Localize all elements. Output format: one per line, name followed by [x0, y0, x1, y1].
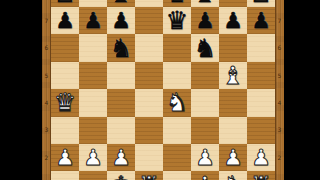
- square-e1[interactable]: [163, 171, 191, 180]
- square-f4[interactable]: [191, 89, 219, 116]
- black-pawn: ♟: [251, 10, 271, 32]
- square-h6[interactable]: [247, 34, 275, 61]
- white-pawn: ♟: [251, 147, 271, 169]
- square-g8[interactable]: [219, 0, 247, 7]
- square-a4[interactable]: ♛: [51, 89, 79, 116]
- square-b2[interactable]: ♟: [79, 144, 107, 171]
- chess-board: ♜♝♚♝♜♟♟♟♛♟♟♟♞♞♝♛♞♟♟♟♟♟♟♚♜♝♞♜: [51, 0, 275, 180]
- frame-right-coord-3: 3: [275, 127, 284, 133]
- white-bishop: ♝: [222, 63, 244, 88]
- frame-right-coord-4: 4: [275, 100, 284, 106]
- square-d7[interactable]: [135, 7, 163, 34]
- square-c7[interactable]: ♟: [107, 7, 135, 34]
- square-h1[interactable]: ♜: [247, 171, 275, 180]
- frame-right-coord-6: 6: [275, 45, 284, 51]
- square-d8[interactable]: [135, 0, 163, 7]
- square-a8[interactable]: ♜: [51, 0, 79, 7]
- black-rook: ♜: [250, 0, 272, 6]
- square-d1[interactable]: ♜: [135, 171, 163, 180]
- square-b5[interactable]: [79, 62, 107, 89]
- square-g6[interactable]: [219, 34, 247, 61]
- square-f2[interactable]: ♟: [191, 144, 219, 171]
- square-c1[interactable]: ♚: [107, 171, 135, 180]
- square-b8[interactable]: [79, 0, 107, 7]
- square-d6[interactable]: [135, 34, 163, 61]
- square-g2[interactable]: ♟: [219, 144, 247, 171]
- square-h3[interactable]: [247, 117, 275, 144]
- white-pawn: ♟: [195, 147, 215, 169]
- frame-left-coord-2: 2: [42, 155, 51, 161]
- square-e7[interactable]: ♛: [163, 7, 191, 34]
- square-f8[interactable]: ♝: [191, 0, 219, 7]
- square-b4[interactable]: [79, 89, 107, 116]
- frame-right-coord-7: 7: [275, 18, 284, 24]
- square-g7[interactable]: ♟: [219, 7, 247, 34]
- square-a1[interactable]: [51, 171, 79, 180]
- square-d4[interactable]: [135, 89, 163, 116]
- board-frame-right: [275, 0, 284, 180]
- video-frame: ♜♝♚♝♜♟♟♟♛♟♟♟♞♞♝♛♞♟♟♟♟♟♟♚♜♝♞♜ 76543276543…: [0, 0, 320, 180]
- black-knight: ♞: [194, 36, 216, 61]
- square-a3[interactable]: [51, 117, 79, 144]
- square-h2[interactable]: ♟: [247, 144, 275, 171]
- white-queen: ♛: [54, 90, 76, 115]
- square-c5[interactable]: [107, 62, 135, 89]
- black-pawn: ♟: [55, 10, 75, 32]
- square-e6[interactable]: [163, 34, 191, 61]
- black-bishop: ♝: [110, 0, 132, 6]
- black-pawn: ♟: [83, 10, 103, 32]
- square-c4[interactable]: [107, 89, 135, 116]
- square-f7[interactable]: ♟: [191, 7, 219, 34]
- square-c6[interactable]: ♞: [107, 34, 135, 61]
- white-rook: ♜: [250, 173, 272, 180]
- square-g1[interactable]: ♞: [219, 171, 247, 180]
- square-e5[interactable]: [163, 62, 191, 89]
- square-b3[interactable]: [79, 117, 107, 144]
- square-b1[interactable]: [79, 171, 107, 180]
- square-c2[interactable]: ♟: [107, 144, 135, 171]
- square-d5[interactable]: [135, 62, 163, 89]
- white-rook: ♜: [138, 173, 160, 180]
- black-bishop: ♝: [194, 0, 216, 6]
- black-rook: ♜: [54, 0, 76, 6]
- black-pawn: ♟: [111, 10, 131, 32]
- square-h8[interactable]: ♜: [247, 0, 275, 7]
- white-pawn: ♟: [83, 147, 103, 169]
- square-e3[interactable]: [163, 117, 191, 144]
- white-king: ♚: [110, 173, 132, 180]
- square-h5[interactable]: [247, 62, 275, 89]
- square-f1[interactable]: ♝: [191, 171, 219, 180]
- square-h7[interactable]: ♟: [247, 7, 275, 34]
- black-queen: ♛: [166, 8, 188, 33]
- black-pawn: ♟: [223, 10, 243, 32]
- square-g3[interactable]: [219, 117, 247, 144]
- square-c3[interactable]: [107, 117, 135, 144]
- square-f5[interactable]: [191, 62, 219, 89]
- black-king: ♚: [166, 0, 188, 6]
- square-d3[interactable]: [135, 117, 163, 144]
- frame-left-coord-6: 6: [42, 45, 51, 51]
- square-g5[interactable]: ♝: [219, 62, 247, 89]
- frame-right-coord-5: 5: [275, 73, 284, 79]
- white-bishop: ♝: [194, 173, 216, 180]
- square-e2[interactable]: [163, 144, 191, 171]
- square-f3[interactable]: [191, 117, 219, 144]
- frame-left-coord-4: 4: [42, 100, 51, 106]
- square-b7[interactable]: ♟: [79, 7, 107, 34]
- square-a7[interactable]: ♟: [51, 7, 79, 34]
- square-b6[interactable]: [79, 34, 107, 61]
- white-pawn: ♟: [223, 147, 243, 169]
- square-a5[interactable]: [51, 62, 79, 89]
- white-pawn: ♟: [55, 147, 75, 169]
- square-a2[interactable]: ♟: [51, 144, 79, 171]
- frame-right-coord-2: 2: [275, 155, 284, 161]
- square-h4[interactable]: [247, 89, 275, 116]
- square-a6[interactable]: [51, 34, 79, 61]
- letterbox-right: [284, 0, 320, 180]
- square-e4[interactable]: ♞: [163, 89, 191, 116]
- frame-left-coord-7: 7: [42, 18, 51, 24]
- black-knight: ♞: [110, 36, 132, 61]
- frame-left-coord-5: 5: [42, 73, 51, 79]
- square-f6[interactable]: ♞: [191, 34, 219, 61]
- frame-left-coord-3: 3: [42, 127, 51, 133]
- square-g4[interactable]: [219, 89, 247, 116]
- board-frame-left: [42, 0, 51, 180]
- white-pawn: ♟: [111, 147, 131, 169]
- white-knight: ♞: [222, 173, 244, 180]
- white-knight: ♞: [166, 90, 188, 115]
- letterbox-left: [0, 0, 42, 180]
- square-c8[interactable]: ♝: [107, 0, 135, 7]
- black-pawn: ♟: [195, 10, 215, 32]
- square-d2[interactable]: [135, 144, 163, 171]
